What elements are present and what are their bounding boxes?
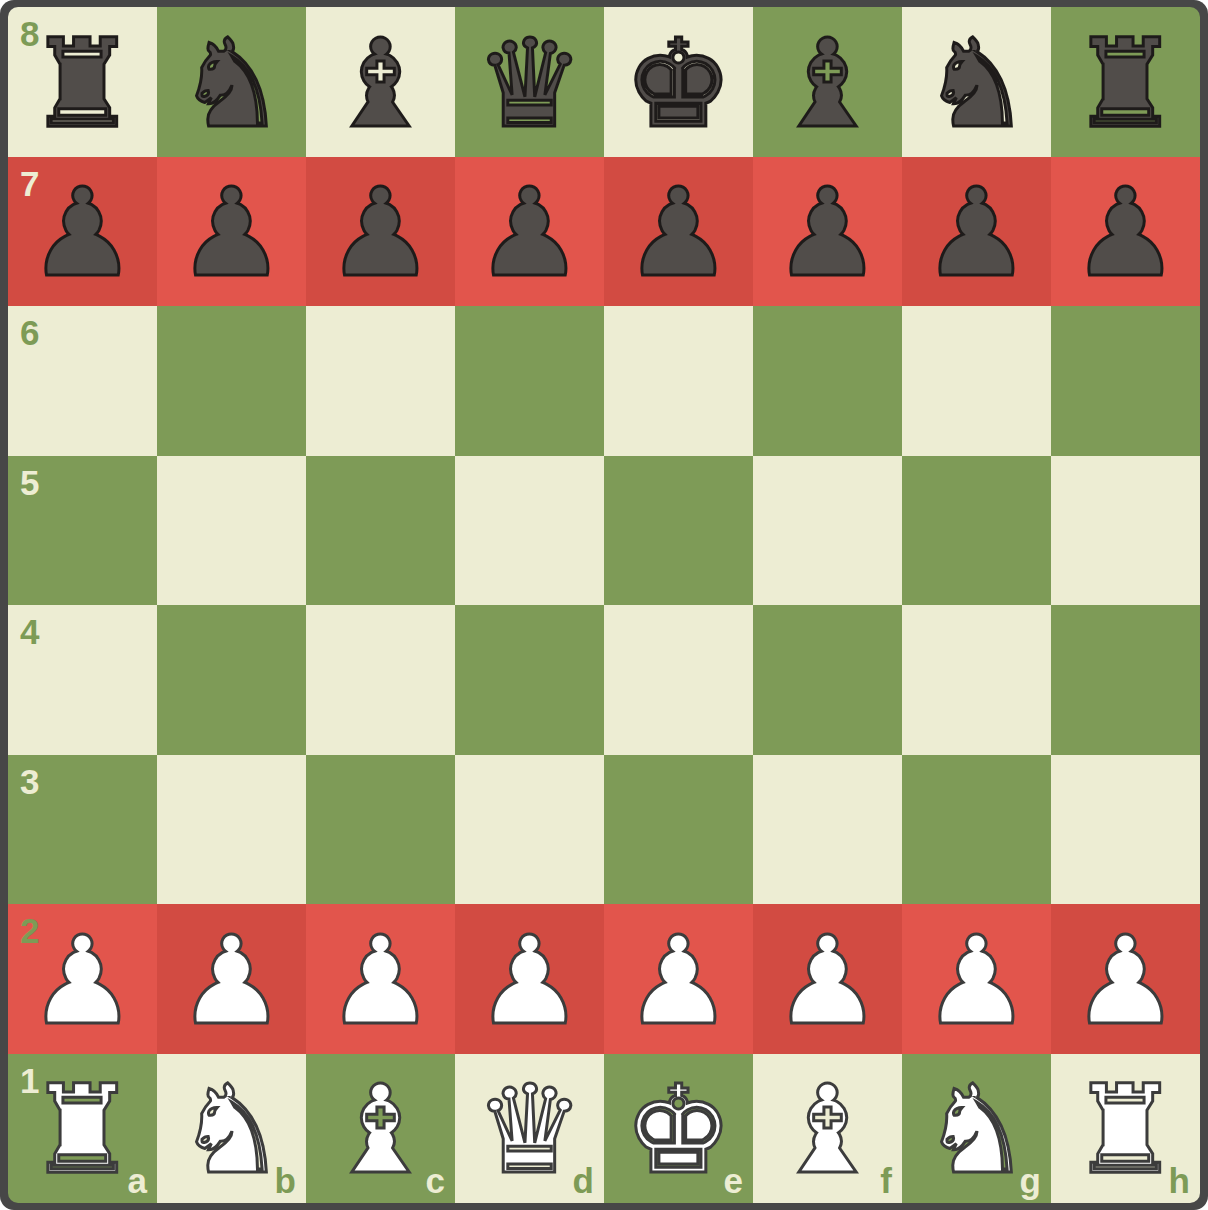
square-d6[interactable] <box>455 306 604 456</box>
square-a8[interactable]: ♜8 <box>8 7 157 157</box>
square-d3[interactable] <box>455 755 604 905</box>
piece-white-bishop[interactable]: ♝ <box>326 1069 435 1191</box>
square-e5[interactable] <box>604 456 753 606</box>
square-d4[interactable] <box>455 605 604 755</box>
piece-black-pawn[interactable]: ♟ <box>475 172 584 294</box>
piece-white-knight[interactable]: ♞ <box>922 1069 1031 1191</box>
square-h5[interactable] <box>1051 456 1200 606</box>
square-g1[interactable]: ♞g <box>902 1054 1051 1204</box>
square-c6[interactable] <box>306 306 455 456</box>
square-h2[interactable]: ♟ <box>1051 904 1200 1054</box>
piece-black-rook[interactable]: ♜ <box>1071 23 1180 145</box>
square-a7[interactable]: ♟7 <box>8 157 157 307</box>
square-c7[interactable]: ♟ <box>306 157 455 307</box>
square-e8[interactable]: ♚ <box>604 7 753 157</box>
square-c8[interactable]: ♝ <box>306 7 455 157</box>
piece-black-bishop[interactable]: ♝ <box>326 23 435 145</box>
square-c5[interactable] <box>306 456 455 606</box>
square-a2[interactable]: ♟2 <box>8 904 157 1054</box>
square-b3[interactable] <box>157 755 306 905</box>
square-a3[interactable]: 3 <box>8 755 157 905</box>
piece-white-rook[interactable]: ♜ <box>28 1069 137 1191</box>
piece-white-pawn[interactable]: ♟ <box>1071 920 1180 1042</box>
square-g3[interactable] <box>902 755 1051 905</box>
piece-white-queen[interactable]: ♛ <box>475 1069 584 1191</box>
piece-white-bishop[interactable]: ♝ <box>773 1069 882 1191</box>
square-c3[interactable] <box>306 755 455 905</box>
square-h3[interactable] <box>1051 755 1200 905</box>
piece-black-pawn[interactable]: ♟ <box>624 172 733 294</box>
square-f7[interactable]: ♟ <box>753 157 902 307</box>
square-a6[interactable]: 6 <box>8 306 157 456</box>
square-c4[interactable] <box>306 605 455 755</box>
piece-black-queen[interactable]: ♛ <box>475 23 584 145</box>
piece-black-knight[interactable]: ♞ <box>177 23 286 145</box>
rank-label-4: 4 <box>20 614 39 649</box>
piece-white-pawn[interactable]: ♟ <box>28 920 137 1042</box>
square-e6[interactable] <box>604 306 753 456</box>
square-e4[interactable] <box>604 605 753 755</box>
square-a1[interactable]: ♜1a <box>8 1054 157 1204</box>
square-a5[interactable]: 5 <box>8 456 157 606</box>
square-g6[interactable] <box>902 306 1051 456</box>
piece-white-pawn[interactable]: ♟ <box>922 920 1031 1042</box>
chess-board: ♜8♞♝♛♚♝♞♜♟7♟♟♟♟♟♟♟6543♟2♟♟♟♟♟♟♟♜1a♞b♝c♛d… <box>8 7 1200 1203</box>
square-b1[interactable]: ♞b <box>157 1054 306 1204</box>
piece-white-pawn[interactable]: ♟ <box>326 920 435 1042</box>
file-label-h: h <box>1169 1163 1190 1198</box>
file-label-e: e <box>724 1163 743 1198</box>
square-h6[interactable] <box>1051 306 1200 456</box>
piece-black-rook[interactable]: ♜ <box>28 23 137 145</box>
square-b7[interactable]: ♟ <box>157 157 306 307</box>
square-g8[interactable]: ♞ <box>902 7 1051 157</box>
piece-black-pawn[interactable]: ♟ <box>28 172 137 294</box>
square-d8[interactable]: ♛ <box>455 7 604 157</box>
square-f1[interactable]: ♝f <box>753 1054 902 1204</box>
square-f3[interactable] <box>753 755 902 905</box>
piece-black-bishop[interactable]: ♝ <box>773 23 882 145</box>
piece-black-knight[interactable]: ♞ <box>922 23 1031 145</box>
piece-black-pawn[interactable]: ♟ <box>773 172 882 294</box>
square-e7[interactable]: ♟ <box>604 157 753 307</box>
piece-black-pawn[interactable]: ♟ <box>326 172 435 294</box>
square-h8[interactable]: ♜ <box>1051 7 1200 157</box>
piece-white-king[interactable]: ♚ <box>624 1069 733 1191</box>
square-e3[interactable] <box>604 755 753 905</box>
piece-black-pawn[interactable]: ♟ <box>177 172 286 294</box>
chess-board-frame: ♜8♞♝♛♚♝♞♜♟7♟♟♟♟♟♟♟6543♟2♟♟♟♟♟♟♟♜1a♞b♝c♛d… <box>0 0 1208 1210</box>
piece-white-pawn[interactable]: ♟ <box>475 920 584 1042</box>
file-label-f: f <box>880 1163 892 1198</box>
file-label-d: d <box>573 1163 594 1198</box>
square-f8[interactable]: ♝ <box>753 7 902 157</box>
square-b8[interactable]: ♞ <box>157 7 306 157</box>
square-h1[interactable]: ♜h <box>1051 1054 1200 1204</box>
file-label-c: c <box>426 1163 445 1198</box>
rank-label-7: 7 <box>20 166 39 201</box>
square-c2[interactable]: ♟ <box>306 904 455 1054</box>
square-g4[interactable] <box>902 605 1051 755</box>
piece-white-pawn[interactable]: ♟ <box>773 920 882 1042</box>
piece-white-pawn[interactable]: ♟ <box>177 920 286 1042</box>
rank-label-2: 2 <box>20 913 39 948</box>
piece-black-pawn[interactable]: ♟ <box>922 172 1031 294</box>
square-h4[interactable] <box>1051 605 1200 755</box>
rank-label-8: 8 <box>20 16 39 51</box>
square-e1[interactable]: ♚e <box>604 1054 753 1204</box>
square-a4[interactable]: 4 <box>8 605 157 755</box>
square-h7[interactable]: ♟ <box>1051 157 1200 307</box>
square-d2[interactable]: ♟ <box>455 904 604 1054</box>
square-b4[interactable] <box>157 605 306 755</box>
square-f2[interactable]: ♟ <box>753 904 902 1054</box>
piece-white-rook[interactable]: ♜ <box>1071 1069 1180 1191</box>
square-g5[interactable] <box>902 456 1051 606</box>
square-d7[interactable]: ♟ <box>455 157 604 307</box>
square-f4[interactable] <box>753 605 902 755</box>
square-f6[interactable] <box>753 306 902 456</box>
rank-label-3: 3 <box>20 764 39 799</box>
rank-label-6: 6 <box>20 315 39 350</box>
square-c1[interactable]: ♝c <box>306 1054 455 1204</box>
file-label-a: a <box>128 1163 147 1198</box>
square-g2[interactable]: ♟ <box>902 904 1051 1054</box>
piece-black-king[interactable]: ♚ <box>624 23 733 145</box>
square-b5[interactable] <box>157 456 306 606</box>
square-b6[interactable] <box>157 306 306 456</box>
square-g7[interactable]: ♟ <box>902 157 1051 307</box>
file-label-b: b <box>275 1163 296 1198</box>
piece-white-pawn[interactable]: ♟ <box>624 920 733 1042</box>
square-d5[interactable] <box>455 456 604 606</box>
square-e2[interactable]: ♟ <box>604 904 753 1054</box>
square-d1[interactable]: ♛d <box>455 1054 604 1204</box>
piece-white-knight[interactable]: ♞ <box>177 1069 286 1191</box>
rank-label-5: 5 <box>20 465 39 500</box>
rank-label-1: 1 <box>20 1063 39 1098</box>
square-b2[interactable]: ♟ <box>157 904 306 1054</box>
piece-black-pawn[interactable]: ♟ <box>1071 172 1180 294</box>
square-f5[interactable] <box>753 456 902 606</box>
file-label-g: g <box>1020 1163 1041 1198</box>
